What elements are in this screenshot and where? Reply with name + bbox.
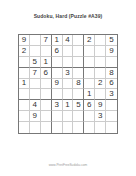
footer-url: www.PrintFreeSudoku.com	[0, 163, 136, 167]
sudoku-cell-r7c2[interactable]: 4	[30, 100, 41, 111]
sudoku-cell-r5c7[interactable]	[84, 79, 95, 90]
sudoku-cell-r5c6[interactable]: 8	[73, 79, 84, 90]
sudoku-cell-r8c8[interactable]: 3	[95, 111, 106, 122]
sudoku-cell-r8c3[interactable]	[41, 111, 52, 122]
sudoku-cell-r2c8[interactable]	[95, 46, 106, 57]
sudoku-cell-r6c5[interactable]	[63, 89, 74, 100]
sudoku-cell-r9c8[interactable]	[95, 122, 106, 133]
sudoku-cell-r7c5[interactable]: 1	[63, 100, 74, 111]
sudoku-cell-r9c4[interactable]	[52, 122, 63, 133]
sudoku-cell-r9c7[interactable]	[84, 122, 95, 133]
sudoku-cell-r2c9[interactable]: 9	[106, 46, 117, 57]
sudoku-cell-r3c9[interactable]	[106, 57, 117, 68]
sudoku-cell-r2c6[interactable]	[73, 46, 84, 57]
sudoku-cell-r1c1[interactable]: 9	[19, 35, 30, 46]
sudoku-cell-r4c2[interactable]: 7	[30, 68, 41, 79]
sudoku-cell-r1c2[interactable]	[30, 35, 41, 46]
sudoku-cell-r8c1[interactable]	[19, 111, 30, 122]
sudoku-cell-r4c4[interactable]	[52, 68, 63, 79]
sudoku-cell-r7c8[interactable]: 9	[95, 100, 106, 111]
sudoku-cell-r1c7[interactable]: 2	[84, 35, 95, 46]
sudoku-cell-r5c3[interactable]	[41, 79, 52, 90]
sudoku-board: 971425269517638198261343156993	[18, 34, 118, 134]
sudoku-cell-r1c6[interactable]	[73, 35, 84, 46]
sudoku-cell-r9c1[interactable]	[19, 122, 30, 133]
sudoku-cell-r6c7[interactable]: 1	[84, 89, 95, 100]
sudoku-cell-r9c6[interactable]	[73, 122, 84, 133]
sudoku-cell-r3c5[interactable]	[63, 57, 74, 68]
sudoku-cell-r9c2[interactable]	[30, 122, 41, 133]
sudoku-cell-r7c9[interactable]	[106, 100, 117, 111]
sudoku-cell-r1c5[interactable]: 4	[63, 35, 74, 46]
sudoku-cell-r9c9[interactable]	[106, 122, 117, 133]
sudoku-cell-r1c3[interactable]: 7	[41, 35, 52, 46]
sudoku-cell-r4c9[interactable]: 8	[106, 68, 117, 79]
sudoku-cell-r4c3[interactable]: 6	[41, 68, 52, 79]
sudoku-cell-r3c1[interactable]	[19, 57, 30, 68]
sudoku-cell-r7c4[interactable]: 3	[52, 100, 63, 111]
puzzle-title: Sudoku, Hard (Puzzle #A39)	[0, 13, 136, 19]
sudoku-cell-r3c3[interactable]: 1	[41, 57, 52, 68]
sudoku-cell-r6c6[interactable]	[73, 89, 84, 100]
sudoku-cell-r6c1[interactable]	[19, 89, 30, 100]
sudoku-cell-r4c1[interactable]	[19, 68, 30, 79]
sudoku-cell-r3c8[interactable]	[95, 57, 106, 68]
sudoku-cell-r6c2[interactable]	[30, 89, 41, 100]
sudoku-cell-r6c9[interactable]: 3	[106, 89, 117, 100]
sudoku-cell-r5c5[interactable]	[63, 79, 74, 90]
sudoku-cell-r4c7[interactable]	[84, 68, 95, 79]
sudoku-cell-r5c9[interactable]: 6	[106, 79, 117, 90]
sudoku-cell-r5c1[interactable]: 1	[19, 79, 30, 90]
sudoku-cell-r7c6[interactable]: 5	[73, 100, 84, 111]
sudoku-cell-r6c3[interactable]	[41, 89, 52, 100]
sudoku-cell-r8c5[interactable]	[63, 111, 74, 122]
sudoku-cell-r1c9[interactable]: 5	[106, 35, 117, 46]
sudoku-cell-r3c2[interactable]: 5	[30, 57, 41, 68]
sudoku-cell-r2c2[interactable]	[30, 46, 41, 57]
sudoku-cell-r8c9[interactable]	[106, 111, 117, 122]
sudoku-cell-r5c2[interactable]	[30, 79, 41, 90]
sudoku-cell-r4c6[interactable]	[73, 68, 84, 79]
sudoku-cell-r1c4[interactable]: 1	[52, 35, 63, 46]
sudoku-cell-r5c8[interactable]: 2	[95, 79, 106, 90]
sudoku-cell-r2c7[interactable]	[84, 46, 95, 57]
sudoku-cell-r4c5[interactable]: 3	[63, 68, 74, 79]
sudoku-cell-r2c5[interactable]	[63, 46, 74, 57]
sudoku-cell-r6c4[interactable]	[52, 89, 63, 100]
sudoku-cell-r3c4[interactable]	[52, 57, 63, 68]
sudoku-cell-r7c3[interactable]	[41, 100, 52, 111]
sudoku-cell-r7c1[interactable]	[19, 100, 30, 111]
sudoku-cell-r6c8[interactable]	[95, 89, 106, 100]
sudoku-cell-r5c4[interactable]: 9	[52, 79, 63, 90]
sudoku-cell-r1c8[interactable]	[95, 35, 106, 46]
sudoku-cell-r2c3[interactable]	[41, 46, 52, 57]
sudoku-cell-r8c7[interactable]	[84, 111, 95, 122]
sudoku-cell-r9c3[interactable]	[41, 122, 52, 133]
sudoku-cell-r2c4[interactable]: 6	[52, 46, 63, 57]
sudoku-cell-r8c6[interactable]	[73, 111, 84, 122]
sudoku-cell-r9c5[interactable]	[63, 122, 74, 133]
sudoku-cell-r7c7[interactable]: 6	[84, 100, 95, 111]
sudoku-cell-r8c2[interactable]: 9	[30, 111, 41, 122]
sudoku-cell-r2c1[interactable]: 2	[19, 46, 30, 57]
sudoku-cell-r3c7[interactable]	[84, 57, 95, 68]
sudoku-cell-r3c6[interactable]	[73, 57, 84, 68]
sudoku-cell-r4c8[interactable]	[95, 68, 106, 79]
sudoku-cell-r8c4[interactable]	[52, 111, 63, 122]
